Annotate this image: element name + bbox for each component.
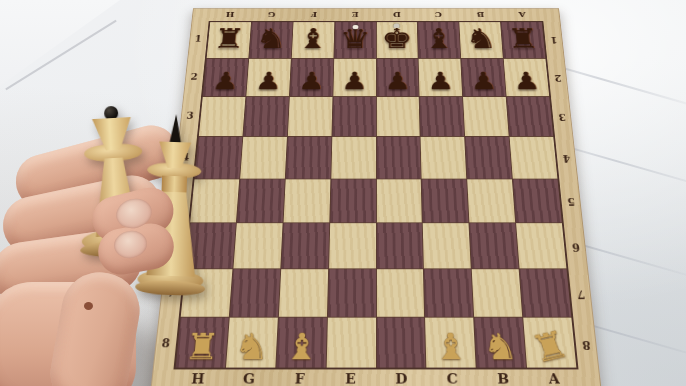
square-e3 — [332, 97, 376, 136]
black-queen-piece: ♛ — [334, 26, 375, 53]
square-f2: ♟ — [290, 59, 334, 97]
square-c7 — [424, 269, 473, 317]
black-pawn-piece: ♟ — [462, 70, 506, 94]
black-pawn-piece: ♟ — [376, 70, 418, 94]
black-pawn-piece: ♟ — [290, 70, 333, 94]
square-g7 — [230, 269, 280, 317]
black-rook-piece: ♜ — [207, 26, 251, 53]
board-frame: HGFEDCBA HGFEDCBA 12345678 12345678 ♜♞♝♛… — [150, 8, 602, 386]
square-d3 — [376, 97, 420, 136]
file-label-top-c: C — [418, 8, 460, 21]
file-label-top-f: F — [292, 8, 334, 21]
square-e8 — [326, 318, 375, 368]
black-pawn-piece: ♟ — [419, 70, 462, 94]
square-d7 — [376, 269, 424, 317]
square-c5 — [422, 179, 469, 222]
file-label-bottom-c: C — [427, 369, 478, 386]
square-b5 — [467, 179, 515, 222]
black-knight-piece: ♞ — [249, 26, 292, 53]
square-c6 — [423, 223, 471, 268]
king-spike-finial — [394, 24, 400, 28]
square-f4 — [286, 137, 332, 178]
square-h8: ♜ — [176, 318, 229, 368]
square-b3 — [463, 97, 509, 136]
square-b7 — [472, 269, 522, 317]
square-g6 — [233, 223, 282, 268]
square-f8: ♝ — [276, 318, 326, 368]
black-king-piece: ♚ — [376, 26, 417, 53]
square-c1: ♝ — [418, 22, 461, 58]
black-pawn-piece: ♟ — [203, 70, 247, 94]
square-a5 — [513, 179, 562, 222]
white-rook-piece: ♜ — [521, 323, 580, 369]
square-g3 — [243, 97, 289, 136]
file-label-top-d: D — [376, 8, 418, 21]
square-h1: ♜ — [207, 22, 251, 58]
black-pawn-piece: ♟ — [333, 70, 375, 94]
file-label-bottom-g: G — [223, 369, 275, 386]
square-e5 — [330, 179, 376, 222]
king-spike-finial — [169, 114, 182, 144]
file-label-bottom-h: H — [172, 369, 224, 386]
file-label-bottom-b: B — [477, 369, 529, 386]
square-d6 — [376, 223, 423, 268]
file-label-bottom-a: A — [528, 369, 580, 386]
skin-freckle — [84, 302, 93, 310]
square-a8: ♜ — [523, 318, 576, 368]
square-a3 — [507, 97, 554, 136]
black-rook-piece: ♜ — [501, 26, 545, 53]
square-a6 — [516, 223, 566, 268]
square-g5 — [237, 179, 285, 222]
square-d4 — [376, 137, 421, 178]
square-e2: ♟ — [333, 59, 376, 97]
file-label-bottom-d: D — [376, 369, 427, 386]
square-h2: ♟ — [203, 59, 248, 97]
file-labels-bottom: HGFEDCBA — [171, 369, 581, 386]
square-e6 — [329, 223, 376, 268]
square-a1: ♜ — [501, 22, 545, 58]
square-e7 — [328, 269, 376, 317]
square-b4 — [465, 137, 512, 178]
square-e4 — [331, 137, 376, 178]
file-label-bottom-f: F — [274, 369, 325, 386]
square-b8: ♞ — [474, 318, 526, 368]
black-pawn-piece: ♟ — [505, 70, 549, 94]
board-grid: ♜♞♝♛♚♝♞♜♟♟♟♟♟♟♟♟♜♞♝♝♞♜ — [173, 21, 578, 369]
white-bishop-piece: ♝ — [426, 328, 476, 364]
square-f7 — [279, 269, 328, 317]
square-g4 — [240, 137, 287, 178]
square-f6 — [281, 223, 329, 268]
video-frame-scene: HGFEDCBA HGFEDCBA 12345678 12345678 ♜♞♝♛… — [0, 0, 686, 386]
white-knight-piece: ♞ — [226, 328, 277, 364]
square-a2: ♟ — [504, 59, 549, 97]
file-label-top-h: H — [209, 8, 252, 21]
file-label-top-g: G — [251, 8, 293, 21]
square-g8: ♞ — [226, 318, 278, 368]
square-a4 — [510, 137, 558, 178]
black-bishop-piece: ♝ — [292, 26, 334, 53]
square-d2: ♟ — [376, 59, 419, 97]
square-f5 — [283, 179, 330, 222]
square-c8: ♝ — [425, 318, 475, 368]
chess-board: HGFEDCBA HGFEDCBA 12345678 12345678 ♜♞♝♛… — [150, 8, 602, 386]
white-knight-piece: ♞ — [475, 328, 526, 364]
file-label-top-e: E — [334, 8, 376, 21]
square-c4 — [421, 137, 467, 178]
white-rook-piece: ♜ — [176, 328, 228, 364]
square-d5 — [376, 179, 422, 222]
black-pawn-piece: ♟ — [246, 70, 290, 94]
square-b2: ♟ — [461, 59, 505, 97]
black-knight-piece: ♞ — [460, 26, 503, 53]
square-f3 — [288, 97, 333, 136]
square-g1: ♞ — [249, 22, 292, 58]
file-label-bottom-e: E — [325, 369, 376, 386]
queen-ball-finial — [352, 25, 358, 29]
file-labels-top: HGFEDCBA — [209, 8, 544, 21]
square-a7 — [520, 269, 572, 317]
square-b6 — [470, 223, 519, 268]
file-label-top-b: B — [459, 8, 501, 21]
white-bishop-piece: ♝ — [276, 328, 326, 364]
square-e1: ♛ — [334, 22, 376, 58]
square-f1: ♝ — [292, 22, 335, 58]
square-g2: ♟ — [246, 59, 290, 97]
square-c2: ♟ — [419, 59, 463, 97]
black-bishop-piece: ♝ — [418, 26, 460, 53]
square-b1: ♞ — [460, 22, 503, 58]
square-c3 — [420, 97, 465, 136]
square-d8 — [376, 318, 425, 368]
file-label-top-a: A — [501, 8, 544, 21]
square-d1: ♚ — [376, 22, 418, 58]
